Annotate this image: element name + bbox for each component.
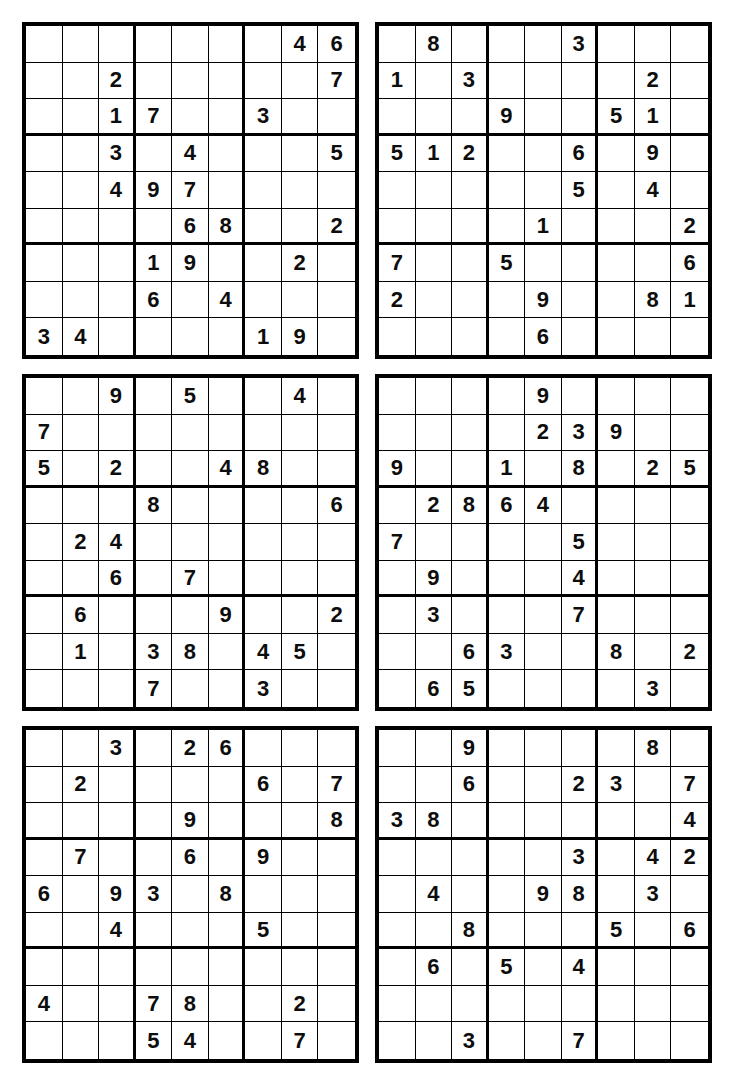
empty-cell[interactable] [379, 415, 416, 452]
empty-cell[interactable] [379, 913, 416, 950]
empty-cell[interactable] [26, 26, 63, 63]
empty-cell[interactable] [63, 172, 100, 209]
empty-cell[interactable] [172, 451, 209, 488]
empty-cell[interactable] [489, 730, 526, 767]
empty-cell[interactable] [99, 597, 136, 634]
empty-cell[interactable] [562, 913, 599, 950]
empty-cell[interactable] [172, 597, 209, 634]
empty-cell[interactable] [282, 913, 319, 950]
empty-cell[interactable] [379, 318, 416, 355]
empty-cell[interactable] [525, 670, 562, 707]
empty-cell[interactable] [318, 949, 355, 986]
empty-cell[interactable] [318, 634, 355, 671]
empty-cell[interactable] [245, 1022, 282, 1059]
empty-cell[interactable] [416, 840, 453, 877]
empty-cell[interactable] [282, 63, 319, 100]
empty-cell[interactable] [598, 876, 635, 913]
empty-cell[interactable] [562, 245, 599, 282]
empty-cell[interactable] [416, 378, 453, 415]
empty-cell[interactable] [489, 26, 526, 63]
empty-cell[interactable] [209, 986, 246, 1023]
empty-cell[interactable] [318, 524, 355, 561]
empty-cell[interactable] [172, 767, 209, 804]
empty-cell[interactable] [452, 876, 489, 913]
empty-cell[interactable] [26, 803, 63, 840]
empty-cell[interactable] [209, 26, 246, 63]
empty-cell[interactable] [489, 524, 526, 561]
empty-cell[interactable] [209, 913, 246, 950]
empty-cell[interactable] [172, 913, 209, 950]
empty-cell[interactable] [379, 634, 416, 671]
empty-cell[interactable] [318, 245, 355, 282]
empty-cell[interactable] [635, 597, 672, 634]
empty-cell[interactable] [598, 245, 635, 282]
empty-cell[interactable] [452, 986, 489, 1023]
empty-cell[interactable] [489, 876, 526, 913]
empty-cell[interactable] [671, 172, 708, 209]
empty-cell[interactable] [26, 488, 63, 525]
empty-cell[interactable] [282, 803, 319, 840]
empty-cell[interactable] [318, 876, 355, 913]
empty-cell[interactable] [416, 913, 453, 950]
empty-cell[interactable] [379, 488, 416, 525]
empty-cell[interactable] [635, 26, 672, 63]
empty-cell[interactable] [26, 913, 63, 950]
empty-cell[interactable] [209, 1022, 246, 1059]
empty-cell[interactable] [99, 282, 136, 319]
empty-cell[interactable] [525, 99, 562, 136]
empty-cell[interactable] [318, 1022, 355, 1059]
empty-cell[interactable] [525, 451, 562, 488]
empty-cell[interactable] [63, 415, 100, 452]
empty-cell[interactable] [671, 318, 708, 355]
empty-cell[interactable] [282, 451, 319, 488]
empty-cell[interactable] [525, 1022, 562, 1059]
empty-cell[interactable] [416, 318, 453, 355]
empty-cell[interactable] [416, 634, 453, 671]
empty-cell[interactable] [452, 172, 489, 209]
empty-cell[interactable] [598, 136, 635, 173]
empty-cell[interactable] [635, 986, 672, 1023]
empty-cell[interactable] [318, 561, 355, 598]
empty-cell[interactable] [452, 282, 489, 319]
empty-cell[interactable] [136, 561, 173, 598]
empty-cell[interactable] [635, 949, 672, 986]
empty-cell[interactable] [416, 209, 453, 246]
empty-cell[interactable] [416, 767, 453, 804]
empty-cell[interactable] [318, 451, 355, 488]
empty-cell[interactable] [136, 63, 173, 100]
empty-cell[interactable] [245, 172, 282, 209]
empty-cell[interactable] [136, 913, 173, 950]
empty-cell[interactable] [26, 172, 63, 209]
empty-cell[interactable] [562, 803, 599, 840]
empty-cell[interactable] [26, 209, 63, 246]
empty-cell[interactable] [452, 415, 489, 452]
empty-cell[interactable] [525, 730, 562, 767]
empty-cell[interactable] [282, 172, 319, 209]
empty-cell[interactable] [416, 986, 453, 1023]
empty-cell[interactable] [209, 415, 246, 452]
empty-cell[interactable] [99, 767, 136, 804]
empty-cell[interactable] [99, 670, 136, 707]
empty-cell[interactable] [209, 670, 246, 707]
empty-cell[interactable] [26, 378, 63, 415]
empty-cell[interactable] [671, 415, 708, 452]
empty-cell[interactable] [525, 986, 562, 1023]
empty-cell[interactable] [489, 597, 526, 634]
empty-cell[interactable] [26, 597, 63, 634]
empty-cell[interactable] [452, 99, 489, 136]
empty-cell[interactable] [452, 949, 489, 986]
empty-cell[interactable] [562, 378, 599, 415]
empty-cell[interactable] [99, 245, 136, 282]
empty-cell[interactable] [245, 488, 282, 525]
empty-cell[interactable] [26, 840, 63, 877]
empty-cell[interactable] [452, 318, 489, 355]
empty-cell[interactable] [172, 488, 209, 525]
empty-cell[interactable] [598, 172, 635, 209]
empty-cell[interactable] [562, 99, 599, 136]
empty-cell[interactable] [63, 949, 100, 986]
empty-cell[interactable] [172, 282, 209, 319]
empty-cell[interactable] [598, 524, 635, 561]
empty-cell[interactable] [99, 415, 136, 452]
empty-cell[interactable] [379, 986, 416, 1023]
empty-cell[interactable] [99, 803, 136, 840]
empty-cell[interactable] [562, 282, 599, 319]
empty-cell[interactable] [136, 415, 173, 452]
empty-cell[interactable] [416, 451, 453, 488]
empty-cell[interactable] [136, 949, 173, 986]
empty-cell[interactable] [209, 840, 246, 877]
empty-cell[interactable] [209, 172, 246, 209]
empty-cell[interactable] [209, 767, 246, 804]
empty-cell[interactable] [489, 136, 526, 173]
empty-cell[interactable] [525, 803, 562, 840]
empty-cell[interactable] [489, 378, 526, 415]
empty-cell[interactable] [136, 597, 173, 634]
empty-cell[interactable] [671, 986, 708, 1023]
empty-cell[interactable] [671, 63, 708, 100]
empty-cell[interactable] [26, 730, 63, 767]
empty-cell[interactable] [598, 840, 635, 877]
empty-cell[interactable] [172, 26, 209, 63]
empty-cell[interactable] [99, 26, 136, 63]
empty-cell[interactable] [318, 415, 355, 452]
empty-cell[interactable] [525, 767, 562, 804]
empty-cell[interactable] [282, 99, 319, 136]
empty-cell[interactable] [26, 561, 63, 598]
empty-cell[interactable] [635, 913, 672, 950]
empty-cell[interactable] [63, 451, 100, 488]
empty-cell[interactable] [26, 949, 63, 986]
empty-cell[interactable] [209, 524, 246, 561]
empty-cell[interactable] [379, 767, 416, 804]
empty-cell[interactable] [209, 803, 246, 840]
empty-cell[interactable] [245, 803, 282, 840]
empty-cell[interactable] [671, 730, 708, 767]
empty-cell[interactable] [209, 488, 246, 525]
empty-cell[interactable] [452, 803, 489, 840]
empty-cell[interactable] [136, 767, 173, 804]
empty-cell[interactable] [489, 670, 526, 707]
empty-cell[interactable] [245, 597, 282, 634]
empty-cell[interactable] [671, 561, 708, 598]
empty-cell[interactable] [598, 597, 635, 634]
empty-cell[interactable] [416, 524, 453, 561]
empty-cell[interactable] [282, 597, 319, 634]
empty-cell[interactable] [282, 670, 319, 707]
empty-cell[interactable] [379, 209, 416, 246]
empty-cell[interactable] [671, 26, 708, 63]
empty-cell[interactable] [416, 63, 453, 100]
empty-cell[interactable] [379, 172, 416, 209]
empty-cell[interactable] [63, 99, 100, 136]
empty-cell[interactable] [282, 136, 319, 173]
empty-cell[interactable] [136, 451, 173, 488]
empty-cell[interactable] [671, 524, 708, 561]
empty-cell[interactable] [598, 209, 635, 246]
empty-cell[interactable] [63, 282, 100, 319]
empty-cell[interactable] [635, 245, 672, 282]
empty-cell[interactable] [245, 415, 282, 452]
empty-cell[interactable] [318, 913, 355, 950]
empty-cell[interactable] [172, 99, 209, 136]
empty-cell[interactable] [99, 488, 136, 525]
empty-cell[interactable] [209, 561, 246, 598]
empty-cell[interactable] [562, 488, 599, 525]
empty-cell[interactable] [282, 949, 319, 986]
empty-cell[interactable] [489, 840, 526, 877]
empty-cell[interactable] [245, 378, 282, 415]
empty-cell[interactable] [525, 913, 562, 950]
empty-cell[interactable] [452, 26, 489, 63]
empty-cell[interactable] [635, 318, 672, 355]
empty-cell[interactable] [562, 634, 599, 671]
empty-cell[interactable] [63, 876, 100, 913]
empty-cell[interactable] [489, 209, 526, 246]
empty-cell[interactable] [379, 99, 416, 136]
empty-cell[interactable] [26, 245, 63, 282]
empty-cell[interactable] [525, 63, 562, 100]
empty-cell[interactable] [245, 949, 282, 986]
empty-cell[interactable] [635, 209, 672, 246]
empty-cell[interactable] [416, 99, 453, 136]
empty-cell[interactable] [63, 730, 100, 767]
empty-cell[interactable] [452, 245, 489, 282]
empty-cell[interactable] [489, 415, 526, 452]
empty-cell[interactable] [172, 670, 209, 707]
empty-cell[interactable] [318, 282, 355, 319]
empty-cell[interactable] [318, 99, 355, 136]
empty-cell[interactable] [598, 1022, 635, 1059]
empty-cell[interactable] [99, 634, 136, 671]
empty-cell[interactable] [318, 986, 355, 1023]
empty-cell[interactable] [63, 1022, 100, 1059]
empty-cell[interactable] [598, 730, 635, 767]
empty-cell[interactable] [489, 803, 526, 840]
empty-cell[interactable] [245, 63, 282, 100]
empty-cell[interactable] [525, 597, 562, 634]
empty-cell[interactable] [598, 451, 635, 488]
empty-cell[interactable] [452, 524, 489, 561]
empty-cell[interactable] [562, 63, 599, 100]
empty-cell[interactable] [26, 524, 63, 561]
empty-cell[interactable] [562, 670, 599, 707]
empty-cell[interactable] [99, 1022, 136, 1059]
empty-cell[interactable] [136, 209, 173, 246]
empty-cell[interactable] [318, 378, 355, 415]
empty-cell[interactable] [99, 209, 136, 246]
empty-cell[interactable] [525, 524, 562, 561]
empty-cell[interactable] [635, 803, 672, 840]
empty-cell[interactable] [282, 730, 319, 767]
empty-cell[interactable] [282, 840, 319, 877]
empty-cell[interactable] [379, 597, 416, 634]
empty-cell[interactable] [416, 415, 453, 452]
empty-cell[interactable] [489, 913, 526, 950]
empty-cell[interactable] [379, 1022, 416, 1059]
empty-cell[interactable] [671, 949, 708, 986]
empty-cell[interactable] [318, 318, 355, 355]
empty-cell[interactable] [136, 524, 173, 561]
empty-cell[interactable] [598, 63, 635, 100]
empty-cell[interactable] [379, 561, 416, 598]
empty-cell[interactable] [525, 840, 562, 877]
empty-cell[interactable] [26, 670, 63, 707]
empty-cell[interactable] [671, 597, 708, 634]
empty-cell[interactable] [136, 803, 173, 840]
empty-cell[interactable] [671, 136, 708, 173]
empty-cell[interactable] [671, 1022, 708, 1059]
empty-cell[interactable] [63, 488, 100, 525]
empty-cell[interactable] [172, 949, 209, 986]
empty-cell[interactable] [99, 986, 136, 1023]
empty-cell[interactable] [282, 488, 319, 525]
empty-cell[interactable] [318, 670, 355, 707]
empty-cell[interactable] [671, 99, 708, 136]
empty-cell[interactable] [635, 1022, 672, 1059]
empty-cell[interactable] [245, 282, 282, 319]
empty-cell[interactable] [598, 318, 635, 355]
empty-cell[interactable] [245, 26, 282, 63]
empty-cell[interactable] [489, 318, 526, 355]
empty-cell[interactable] [209, 634, 246, 671]
empty-cell[interactable] [489, 561, 526, 598]
empty-cell[interactable] [525, 949, 562, 986]
empty-cell[interactable] [379, 876, 416, 913]
empty-cell[interactable] [63, 63, 100, 100]
empty-cell[interactable] [489, 986, 526, 1023]
empty-cell[interactable] [245, 245, 282, 282]
empty-cell[interactable] [489, 63, 526, 100]
empty-cell[interactable] [26, 136, 63, 173]
empty-cell[interactable] [26, 99, 63, 136]
empty-cell[interactable] [598, 26, 635, 63]
empty-cell[interactable] [379, 26, 416, 63]
empty-cell[interactable] [635, 561, 672, 598]
empty-cell[interactable] [282, 876, 319, 913]
empty-cell[interactable] [525, 634, 562, 671]
empty-cell[interactable] [209, 318, 246, 355]
empty-cell[interactable] [99, 949, 136, 986]
empty-cell[interactable] [63, 670, 100, 707]
empty-cell[interactable] [598, 803, 635, 840]
empty-cell[interactable] [99, 840, 136, 877]
empty-cell[interactable] [63, 245, 100, 282]
empty-cell[interactable] [562, 730, 599, 767]
empty-cell[interactable] [416, 282, 453, 319]
empty-cell[interactable] [489, 1022, 526, 1059]
empty-cell[interactable] [63, 561, 100, 598]
empty-cell[interactable] [209, 378, 246, 415]
empty-cell[interactable] [26, 767, 63, 804]
empty-cell[interactable] [379, 840, 416, 877]
empty-cell[interactable] [26, 63, 63, 100]
empty-cell[interactable] [598, 561, 635, 598]
empty-cell[interactable] [635, 524, 672, 561]
empty-cell[interactable] [245, 136, 282, 173]
empty-cell[interactable] [63, 136, 100, 173]
empty-cell[interactable] [282, 524, 319, 561]
empty-cell[interactable] [318, 840, 355, 877]
empty-cell[interactable] [416, 172, 453, 209]
empty-cell[interactable] [452, 451, 489, 488]
empty-cell[interactable] [26, 1022, 63, 1059]
empty-cell[interactable] [318, 730, 355, 767]
empty-cell[interactable] [416, 730, 453, 767]
empty-cell[interactable] [416, 1022, 453, 1059]
empty-cell[interactable] [172, 876, 209, 913]
empty-cell[interactable] [452, 378, 489, 415]
empty-cell[interactable] [136, 26, 173, 63]
empty-cell[interactable] [416, 245, 453, 282]
empty-cell[interactable] [136, 730, 173, 767]
empty-cell[interactable] [635, 767, 672, 804]
empty-cell[interactable] [245, 209, 282, 246]
empty-cell[interactable] [136, 318, 173, 355]
empty-cell[interactable] [598, 670, 635, 707]
empty-cell[interactable] [136, 136, 173, 173]
empty-cell[interactable] [635, 634, 672, 671]
empty-cell[interactable] [172, 318, 209, 355]
empty-cell[interactable] [282, 415, 319, 452]
empty-cell[interactable] [598, 488, 635, 525]
empty-cell[interactable] [318, 172, 355, 209]
empty-cell[interactable] [379, 949, 416, 986]
empty-cell[interactable] [489, 282, 526, 319]
empty-cell[interactable] [172, 415, 209, 452]
empty-cell[interactable] [452, 561, 489, 598]
empty-cell[interactable] [63, 209, 100, 246]
empty-cell[interactable] [63, 986, 100, 1023]
empty-cell[interactable] [598, 986, 635, 1023]
empty-cell[interactable] [525, 561, 562, 598]
empty-cell[interactable] [598, 282, 635, 319]
empty-cell[interactable] [63, 913, 100, 950]
empty-cell[interactable] [136, 378, 173, 415]
empty-cell[interactable] [489, 767, 526, 804]
empty-cell[interactable] [379, 378, 416, 415]
empty-cell[interactable] [598, 949, 635, 986]
empty-cell[interactable] [245, 986, 282, 1023]
empty-cell[interactable] [63, 803, 100, 840]
empty-cell[interactable] [99, 318, 136, 355]
empty-cell[interactable] [26, 634, 63, 671]
empty-cell[interactable] [209, 245, 246, 282]
empty-cell[interactable] [63, 26, 100, 63]
